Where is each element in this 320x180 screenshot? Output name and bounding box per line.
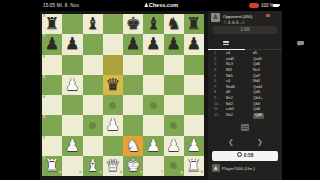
white-pawn-b5[interactable]: ♟	[62, 75, 82, 95]
square-f5[interactable]	[143, 75, 163, 95]
white-pawn-g2[interactable]: ♟	[164, 136, 184, 156]
square-c8[interactable]: ♝	[83, 14, 103, 34]
opponent-clock: 1:08	[213, 26, 277, 34]
opponent-name[interactable]: Opponent (450)	[223, 14, 252, 19]
move-list[interactable]: 1.e4d52.exd5Qxd53.Nc3Qd64.Nf3Nc65.Nb5Qd7…	[213, 51, 279, 119]
square-h6[interactable]	[184, 55, 204, 75]
square-h1[interactable]: h♜	[184, 156, 204, 176]
square-b2[interactable]: ♟	[62, 136, 82, 156]
game-sidebar: ♟ Opponent (450) ♘♗♙♙+3 1:08 1.e4d52.exd…	[208, 11, 282, 180]
square-d4[interactable]	[103, 95, 123, 115]
square-a3[interactable]: 3	[42, 115, 62, 135]
rank-label-1: 1	[43, 157, 45, 161]
square-g8[interactable]: ♞	[164, 14, 184, 34]
square-g5[interactable]	[164, 75, 184, 95]
square-f7[interactable]: ♟	[143, 34, 163, 54]
square-c3[interactable]	[83, 115, 103, 135]
square-d2[interactable]	[103, 136, 123, 156]
white-pawn-b2[interactable]: ♟	[62, 136, 82, 156]
square-b1[interactable]: b	[62, 156, 82, 176]
material-count: +3	[240, 21, 244, 25]
square-g7[interactable]: ♟	[164, 34, 184, 54]
square-g1[interactable]: g	[164, 156, 184, 176]
opponent-flag-icon	[266, 14, 270, 17]
battery-icon	[273, 4, 279, 7]
next-move-button[interactable]: ❯	[257, 137, 263, 146]
rank-label-5: 5	[43, 76, 45, 80]
captured-pieces: ♘♗♙♙+3	[223, 19, 244, 25]
player-avatar[interactable]: ♟	[212, 164, 220, 172]
rank-label-6: 6	[43, 56, 45, 60]
file-label-g: g	[181, 171, 183, 175]
black-knight-g8[interactable]: ♞	[164, 14, 184, 34]
legal-move-dot[interactable]	[170, 162, 177, 169]
player-name[interactable]: Player7000 (Unr.)	[222, 166, 255, 171]
tab-chat[interactable]	[245, 37, 282, 49]
file-label-b: b	[79, 171, 81, 175]
square-h4[interactable]	[184, 95, 204, 115]
white-knight-e2[interactable]: ♞	[123, 136, 143, 156]
square-c7[interactable]	[83, 34, 103, 54]
square-e6[interactable]	[123, 55, 143, 75]
square-a7[interactable]: 7♟	[42, 34, 62, 54]
white-pawn-d3[interactable]: ♟	[103, 115, 123, 135]
battery-percent: 100 %	[261, 3, 274, 8]
black-bishop-c8[interactable]: ♝	[83, 14, 103, 34]
square-c4[interactable]	[83, 95, 103, 115]
white-king-e1[interactable]: ♚	[123, 156, 143, 176]
sidebar-tabs	[208, 37, 282, 50]
legal-move-dot[interactable]	[170, 122, 177, 129]
file-label-f: f	[161, 171, 162, 175]
square-c2[interactable]	[83, 136, 103, 156]
square-b4[interactable]	[62, 95, 82, 115]
square-b5[interactable]: ♟	[62, 75, 82, 95]
square-c1[interactable]: c♝	[83, 156, 103, 176]
square-a2[interactable]: 2	[42, 136, 62, 156]
square-d3[interactable]: ♟	[103, 115, 123, 135]
file-label-h: h	[201, 171, 203, 175]
app-window: 15:05 Mi. 8. Nov. ♟Chess.com 100 % 8♜♝♚♝…	[40, 0, 282, 180]
chat-bubble-icon	[297, 41, 304, 46]
legal-move-dot[interactable]	[109, 102, 116, 109]
square-b6[interactable]	[62, 55, 82, 75]
square-e4[interactable]	[123, 95, 143, 115]
square-d5[interactable]: ♛	[103, 75, 123, 95]
square-d7[interactable]	[103, 34, 123, 54]
black-pawn-b7[interactable]: ♟	[62, 34, 82, 54]
rank-label-8: 8	[43, 15, 45, 19]
square-f4[interactable]	[143, 95, 163, 115]
square-g6[interactable]	[164, 55, 184, 75]
chesscom-logo: ♟Chess.com	[40, 2, 282, 8]
square-f1[interactable]: f	[143, 156, 163, 176]
square-e2[interactable]: ♞	[123, 136, 143, 156]
black-pawn-e7[interactable]: ♟	[123, 34, 143, 54]
rank-label-4: 4	[43, 96, 45, 100]
black-king-e8[interactable]: ♚	[123, 14, 143, 34]
white-pawn-f2[interactable]: ♟	[143, 136, 163, 156]
square-a5[interactable]: 5	[42, 75, 62, 95]
square-h5[interactable]	[184, 75, 204, 95]
opponent-avatar[interactable]: ♟	[211, 13, 220, 22]
black-bishop-f8[interactable]: ♝	[143, 14, 163, 34]
square-e7[interactable]: ♟	[123, 34, 143, 54]
square-b3[interactable]	[62, 115, 82, 135]
square-h7[interactable]: ♟	[184, 34, 204, 54]
rank-label-7: 7	[43, 35, 45, 39]
white-rook-h1[interactable]: ♜	[184, 156, 204, 176]
square-g2[interactable]: ♟	[164, 136, 184, 156]
square-a6[interactable]: 6	[42, 55, 62, 75]
move-list-icon	[223, 41, 229, 46]
square-c6[interactable]	[83, 55, 103, 75]
rank-label-3: 3	[43, 116, 45, 120]
square-a1[interactable]: 1a♜	[42, 156, 62, 176]
square-e8[interactable]: ♚	[123, 14, 143, 34]
black-pawn-h7[interactable]: ♟	[184, 34, 204, 54]
square-d6[interactable]	[103, 55, 123, 75]
game-menu-icon[interactable]	[241, 124, 249, 131]
square-h3[interactable]	[184, 115, 204, 135]
previous-move-button[interactable]: ❮	[228, 137, 234, 146]
rank-label-2: 2	[43, 137, 45, 141]
square-e1[interactable]: e♚	[123, 156, 143, 176]
white-move[interactable]: Ne2	[226, 113, 233, 119]
black-pawn-f7[interactable]: ♟	[143, 34, 163, 54]
legal-move-dot[interactable]	[150, 102, 157, 109]
status-bar: 15:05 Mi. 8. Nov. ♟Chess.com 100 %	[40, 0, 282, 11]
square-f3[interactable]	[143, 115, 163, 135]
white-queen-d1[interactable]: ♛	[103, 156, 123, 176]
move-row: 12.Ne2Qd5	[213, 113, 279, 119]
white-pawn-h2[interactable]: ♟	[184, 136, 204, 156]
square-b8[interactable]	[62, 14, 82, 34]
black-pawn-a7[interactable]: ♟	[42, 34, 62, 54]
square-e5[interactable]	[123, 75, 143, 95]
square-f8[interactable]: ♝	[143, 14, 163, 34]
square-d8[interactable]	[103, 14, 123, 34]
black-rook-a8[interactable]: ♜	[42, 14, 62, 34]
clock-icon	[237, 152, 243, 158]
file-label-d: d	[120, 171, 122, 175]
screen: 15:05 Mi. 8. Nov. ♟Chess.com 100 % 8♜♝♚♝…	[0, 0, 320, 180]
move-number: 12.	[214, 113, 219, 119]
file-label-e: e	[140, 171, 142, 175]
white-bishop-c1[interactable]: ♝	[83, 156, 103, 176]
square-h2[interactable]: ♟	[184, 136, 204, 156]
square-f2[interactable]: ♟	[143, 136, 163, 156]
file-label-c: c	[100, 171, 102, 175]
white-rook-a1[interactable]: ♜	[42, 156, 62, 176]
square-a4[interactable]: 4	[42, 95, 62, 115]
square-h8[interactable]: ♜	[184, 14, 204, 34]
square-b7[interactable]: ♟	[62, 34, 82, 54]
square-c5[interactable]	[83, 75, 103, 95]
black-rook-h8[interactable]: ♜	[184, 14, 204, 34]
chess-board[interactable]: 8♜♝♚♝♞♜7♟♟♟♟♟♟65♟♛43♟2♟♞♟♟♟1a♜bc♝d♛e♚fgh…	[42, 14, 204, 176]
square-a8[interactable]: 8♜	[42, 14, 62, 34]
square-g3[interactable]	[164, 115, 184, 135]
tab-moves[interactable]	[208, 37, 245, 50]
square-e3[interactable]	[123, 115, 143, 135]
recording-indicator-icon	[249, 3, 259, 8]
square-f6[interactable]	[143, 55, 163, 75]
black-queen-d5[interactable]: ♛	[103, 75, 123, 95]
file-label-a: a	[59, 171, 61, 175]
legal-move-dot[interactable]	[89, 122, 96, 129]
black-pawn-g7[interactable]: ♟	[164, 34, 184, 54]
square-g4[interactable]	[164, 95, 184, 115]
square-d1[interactable]: d♛	[103, 156, 123, 176]
player-clock: 0:58	[212, 151, 278, 161]
black-move[interactable]: Qd5	[253, 113, 264, 119]
